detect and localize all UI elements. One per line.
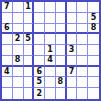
cell-r4c6[interactable] — [56, 34, 67, 45]
cell-r7c2[interactable] — [13, 67, 24, 78]
cell-r3c1-given: 6 — [2, 24, 13, 35]
cell-r8c6-given: 8 — [56, 77, 67, 88]
cell-r6c1[interactable] — [2, 56, 13, 67]
cell-r2c8[interactable] — [77, 13, 88, 24]
cell-r6c3[interactable] — [24, 56, 35, 67]
cell-r3c3[interactable] — [24, 24, 35, 35]
cell-r3c8[interactable] — [77, 24, 88, 35]
cell-r4c1[interactable] — [2, 34, 13, 45]
cell-r2c2[interactable] — [13, 13, 24, 24]
cell-r9c1[interactable] — [2, 88, 13, 99]
cell-r3c7[interactable] — [67, 24, 78, 35]
cell-r6c8[interactable] — [77, 56, 88, 67]
cell-r6c2-given: 8 — [13, 56, 24, 67]
cell-r5c1[interactable] — [2, 45, 13, 56]
cell-r4c7[interactable] — [67, 34, 78, 45]
cell-r9c9[interactable] — [88, 88, 99, 99]
cell-r4c3-given: 5 — [24, 34, 35, 45]
cell-r8c4-given: 5 — [34, 77, 45, 88]
cell-r7c6[interactable] — [56, 67, 67, 78]
cell-r3c4[interactable] — [34, 24, 45, 35]
cell-r5c2[interactable] — [13, 45, 24, 56]
cell-r3c6[interactable] — [56, 24, 67, 35]
cell-r7c1-given: 4 — [2, 67, 13, 78]
cell-r7c9[interactable] — [88, 67, 99, 78]
cell-r4c4[interactable] — [34, 34, 45, 45]
cell-r9c2[interactable] — [13, 88, 24, 99]
cell-r4c2-given: 2 — [13, 34, 24, 45]
cell-r2c6[interactable] — [56, 13, 67, 24]
cell-r6c7[interactable] — [67, 56, 78, 67]
cell-r5c7-given: 3 — [67, 45, 78, 56]
cell-r5c9[interactable] — [88, 45, 99, 56]
cell-r4c5[interactable] — [45, 34, 56, 45]
cell-r1c6[interactable] — [56, 2, 67, 13]
cell-r5c3[interactable] — [24, 45, 35, 56]
cell-r9c7[interactable] — [67, 88, 78, 99]
cell-r1c3-given: 1 — [24, 2, 35, 13]
cell-r2c3[interactable] — [24, 13, 35, 24]
cell-r5c8[interactable] — [77, 45, 88, 56]
cell-r6c5-given: 4 — [45, 56, 56, 67]
cell-r1c2[interactable] — [13, 2, 24, 13]
cell-r1c7[interactable] — [67, 2, 78, 13]
cell-r7c7-given: 7 — [67, 67, 78, 78]
cell-r9c3[interactable] — [24, 88, 35, 99]
cell-r8c2[interactable] — [13, 77, 24, 88]
cell-r8c7[interactable] — [67, 77, 78, 88]
cell-r1c4[interactable] — [34, 2, 45, 13]
cell-r9c4-given: 2 — [34, 88, 45, 99]
cell-r9c8[interactable] — [77, 88, 88, 99]
cell-r8c9[interactable] — [88, 77, 99, 88]
cell-r6c9[interactable] — [88, 56, 99, 67]
cell-r5c5-given: 1 — [45, 45, 56, 56]
cell-r1c8[interactable] — [77, 2, 88, 13]
cell-r2c7[interactable] — [67, 13, 78, 24]
cell-r1c1-given: 7 — [2, 2, 13, 13]
cell-r2c5[interactable] — [45, 13, 56, 24]
cell-r7c5[interactable] — [45, 67, 56, 78]
cell-r3c2[interactable] — [13, 24, 24, 35]
cell-r8c1[interactable] — [2, 77, 13, 88]
cell-r6c4[interactable] — [34, 56, 45, 67]
cell-r2c4[interactable] — [34, 13, 45, 24]
cell-r5c4[interactable] — [34, 45, 45, 56]
sudoku-board: 71568251384467582 — [0, 0, 101, 101]
cell-r2c9-given: 5 — [88, 13, 99, 24]
cell-r3c9-given: 8 — [88, 24, 99, 35]
cell-r1c9[interactable] — [88, 2, 99, 13]
cell-r7c8[interactable] — [77, 67, 88, 78]
cell-r9c6[interactable] — [56, 88, 67, 99]
cell-r3c5[interactable] — [45, 24, 56, 35]
cell-r1c5[interactable] — [45, 2, 56, 13]
cell-r7c4-given: 6 — [34, 67, 45, 78]
cell-r6c6[interactable] — [56, 56, 67, 67]
cell-r9c5[interactable] — [45, 88, 56, 99]
cell-r8c3[interactable] — [24, 77, 35, 88]
cell-r5c6[interactable] — [56, 45, 67, 56]
cell-r8c8[interactable] — [77, 77, 88, 88]
cell-r4c9[interactable] — [88, 34, 99, 45]
cell-r8c5[interactable] — [45, 77, 56, 88]
cell-r7c3[interactable] — [24, 67, 35, 78]
cell-r2c1[interactable] — [2, 13, 13, 24]
cell-r4c8[interactable] — [77, 34, 88, 45]
